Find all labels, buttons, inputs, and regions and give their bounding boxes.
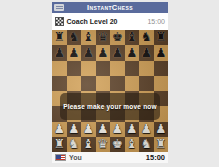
- square-d2[interactable]: ♟: [96, 122, 111, 137]
- square-g7[interactable]: ♟: [139, 45, 154, 60]
- square-c6[interactable]: [81, 61, 96, 76]
- square-c2[interactable]: ♟: [81, 122, 96, 137]
- square-f2[interactable]: ♟: [125, 122, 140, 137]
- piece-black-pawn[interactable]: ♟: [68, 47, 79, 60]
- square-e7[interactable]: ♟: [110, 45, 125, 60]
- piece-black-pawn[interactable]: ♟: [54, 47, 65, 60]
- square-e6[interactable]: [110, 61, 125, 76]
- piece-black-pawn[interactable]: ♟: [97, 47, 108, 60]
- square-c8[interactable]: ♝: [81, 30, 96, 45]
- square-g8[interactable]: ♞: [139, 30, 154, 45]
- piece-black-rook[interactable]: ♜: [54, 31, 65, 44]
- square-h5[interactable]: [154, 76, 169, 91]
- square-h6[interactable]: [154, 61, 169, 76]
- square-f7[interactable]: ♟: [125, 45, 140, 60]
- piece-black-king[interactable]: ♚: [112, 31, 123, 44]
- square-h2[interactable]: ♟: [154, 122, 169, 137]
- piece-black-pawn[interactable]: ♟: [126, 47, 137, 60]
- square-e8[interactable]: ♚: [110, 30, 125, 45]
- piece-white-queen[interactable]: ♛: [97, 138, 108, 151]
- square-g1[interactable]: ♞: [139, 137, 154, 152]
- square-h7[interactable]: ♟: [154, 45, 169, 60]
- opponent-bar: Coach Level 20 15:00: [52, 13, 168, 30]
- square-d8[interactable]: ♛: [96, 30, 111, 45]
- piece-black-knight[interactable]: ♞: [141, 31, 152, 44]
- piece-black-rook[interactable]: ♜: [155, 31, 166, 44]
- piece-black-bishop[interactable]: ♝: [83, 31, 94, 44]
- square-d5[interactable]: [96, 76, 111, 91]
- square-f8[interactable]: ♝: [125, 30, 140, 45]
- piece-white-pawn[interactable]: ♟: [141, 123, 152, 136]
- square-b6[interactable]: [67, 61, 82, 76]
- piece-white-pawn[interactable]: ♟: [155, 123, 166, 136]
- player-clock: 15:00: [146, 153, 165, 162]
- piece-black-pawn[interactable]: ♟: [83, 47, 94, 60]
- board-area: ♜♞♝♛♚♝♞♜♟♟♟♟♟♟♟♟♟♟♟♟♟♟♟♟♜♞♝♛♚♝♞♜ Please …: [52, 30, 168, 152]
- square-a1[interactable]: ♜: [52, 137, 67, 152]
- square-a7[interactable]: ♟: [52, 45, 67, 60]
- player-name: You: [69, 154, 82, 161]
- piece-white-pawn[interactable]: ♟: [83, 123, 94, 136]
- us-flag-icon: [55, 154, 66, 161]
- piece-white-pawn[interactable]: ♟: [126, 123, 137, 136]
- square-c5[interactable]: [81, 76, 96, 91]
- move-prompt-text: Please make your move now: [63, 103, 157, 110]
- piece-white-pawn[interactable]: ♟: [97, 123, 108, 136]
- piece-white-rook[interactable]: ♜: [155, 138, 166, 151]
- square-d7[interactable]: ♟: [96, 45, 111, 60]
- piece-black-pawn[interactable]: ♟: [112, 47, 123, 60]
- app-header: InstantChess: [52, 2, 168, 13]
- piece-white-knight[interactable]: ♞: [141, 138, 152, 151]
- square-h1[interactable]: ♜: [154, 137, 169, 152]
- square-d1[interactable]: ♛: [96, 137, 111, 152]
- piece-black-pawn[interactable]: ♟: [155, 47, 166, 60]
- square-b2[interactable]: ♟: [67, 122, 82, 137]
- square-b7[interactable]: ♟: [67, 45, 82, 60]
- square-g2[interactable]: ♟: [139, 122, 154, 137]
- piece-white-bishop[interactable]: ♝: [83, 138, 94, 151]
- player-bar: You 15:00: [52, 152, 168, 163]
- square-a8[interactable]: ♜: [52, 30, 67, 45]
- piece-white-knight[interactable]: ♞: [68, 138, 79, 151]
- piece-white-pawn[interactable]: ♟: [68, 123, 79, 136]
- move-prompt-overlay: Please make your move now: [60, 93, 160, 120]
- piece-white-bishop[interactable]: ♝: [126, 138, 137, 151]
- square-b1[interactable]: ♞: [67, 137, 82, 152]
- square-a6[interactable]: [52, 61, 67, 76]
- piece-white-pawn[interactable]: ♟: [54, 123, 65, 136]
- instantchess-app-window: InstantChess Coach Level 20 15:00 ♜♞♝♛♚♝…: [52, 2, 168, 163]
- piece-white-king[interactable]: ♚: [112, 138, 123, 151]
- square-h8[interactable]: ♜: [154, 30, 169, 45]
- chess-board[interactable]: ♜♞♝♛♚♝♞♜♟♟♟♟♟♟♟♟♟♟♟♟♟♟♟♟♜♞♝♛♚♝♞♜: [52, 30, 168, 152]
- square-b5[interactable]: [67, 76, 82, 91]
- opponent-clock: 15:00: [147, 18, 165, 25]
- opponent-name: Coach Level 20: [67, 18, 118, 25]
- square-a2[interactable]: ♟: [52, 122, 67, 137]
- square-e5[interactable]: [110, 76, 125, 91]
- piece-white-rook[interactable]: ♜: [54, 138, 65, 151]
- piece-black-bishop[interactable]: ♝: [126, 31, 137, 44]
- square-f6[interactable]: [125, 61, 140, 76]
- square-b8[interactable]: ♞: [67, 30, 82, 45]
- app-logo: InstantChess: [52, 2, 168, 13]
- piece-black-queen[interactable]: ♛: [97, 31, 108, 44]
- coach-chessboard-icon: [55, 17, 64, 26]
- square-d6[interactable]: [96, 61, 111, 76]
- square-e1[interactable]: ♚: [110, 137, 125, 152]
- square-c1[interactable]: ♝: [81, 137, 96, 152]
- square-g6[interactable]: [139, 61, 154, 76]
- piece-black-pawn[interactable]: ♟: [141, 47, 152, 60]
- square-a5[interactable]: [52, 76, 67, 91]
- square-g5[interactable]: [139, 76, 154, 91]
- square-f5[interactable]: [125, 76, 140, 91]
- square-c7[interactable]: ♟: [81, 45, 96, 60]
- piece-white-pawn[interactable]: ♟: [112, 123, 123, 136]
- hamburger-menu-icon[interactable]: [54, 4, 64, 11]
- square-f1[interactable]: ♝: [125, 137, 140, 152]
- piece-black-knight[interactable]: ♞: [68, 31, 79, 44]
- square-e2[interactable]: ♟: [110, 122, 125, 137]
